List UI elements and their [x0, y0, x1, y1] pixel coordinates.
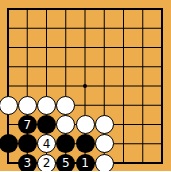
- intersection: [37, 96, 56, 115]
- intersection: [152, 115, 171, 134]
- black-stone: [76, 134, 95, 153]
- intersection: [75, 0, 94, 19]
- intersection: 2: [37, 153, 56, 171]
- intersection: [37, 38, 56, 57]
- intersection: [18, 57, 37, 76]
- intersection: [56, 96, 75, 115]
- black-stone-move-7: 7: [18, 115, 37, 134]
- intersection: [133, 0, 152, 19]
- intersection: 3: [18, 153, 37, 171]
- intersection: [0, 134, 18, 153]
- black-stone: [37, 115, 56, 134]
- intersection: [56, 0, 75, 19]
- intersection: [37, 0, 56, 19]
- white-stone: [18, 96, 37, 115]
- white-stone: [95, 115, 114, 134]
- intersection: [95, 153, 114, 171]
- intersection: [56, 115, 75, 134]
- white-stone-move-4: 4: [37, 134, 56, 153]
- intersection: [0, 0, 18, 19]
- intersection: [18, 96, 37, 115]
- intersection: [56, 19, 75, 38]
- intersection: [152, 57, 171, 76]
- intersection: [37, 76, 56, 95]
- intersection: [75, 19, 94, 38]
- white-stone: [95, 134, 114, 153]
- black-stone-move-1: 1: [76, 154, 95, 172]
- intersection: [0, 153, 18, 171]
- intersection: [114, 76, 133, 95]
- white-stone: [56, 96, 75, 115]
- intersection: [0, 19, 18, 38]
- black-stone-move-5: 5: [56, 154, 75, 172]
- intersection: [133, 134, 152, 153]
- intersection: [37, 19, 56, 38]
- intersection: [0, 57, 18, 76]
- white-stone: [37, 96, 56, 115]
- intersection: 5: [56, 153, 75, 171]
- intersection: [133, 38, 152, 57]
- intersection: [0, 38, 18, 57]
- black-stone: [56, 134, 75, 153]
- intersection: [75, 57, 94, 76]
- intersection: [95, 0, 114, 19]
- go-board: 743251: [0, 0, 171, 171]
- intersection: [18, 76, 37, 95]
- intersection: [37, 115, 56, 134]
- intersection: [56, 134, 75, 153]
- intersection: [0, 76, 18, 95]
- intersection: [152, 0, 171, 19]
- intersection: [0, 96, 18, 115]
- intersection: 4: [37, 134, 56, 153]
- intersection: [56, 38, 75, 57]
- intersection: 7: [18, 115, 37, 134]
- go-board-diagram: 743251: [0, 0, 171, 171]
- intersection: [152, 134, 171, 153]
- intersection: [18, 134, 37, 153]
- intersection: [133, 115, 152, 134]
- white-stone: [76, 115, 95, 134]
- white-stone-move-2: 2: [37, 154, 56, 172]
- intersection: [133, 76, 152, 95]
- intersection: [95, 96, 114, 115]
- intersection: [133, 57, 152, 76]
- intersection: [95, 134, 114, 153]
- intersection: [75, 38, 94, 57]
- black-stone: [18, 134, 37, 153]
- intersection: [152, 96, 171, 115]
- intersection: [0, 115, 18, 134]
- intersection: [56, 57, 75, 76]
- intersection: 1: [75, 153, 94, 171]
- intersection: [133, 19, 152, 38]
- intersection: [114, 96, 133, 115]
- black-stone: [0, 134, 18, 153]
- intersection: [114, 134, 133, 153]
- intersection: [114, 153, 133, 171]
- intersection: [75, 115, 94, 134]
- intersection: [75, 134, 94, 153]
- intersection: [18, 0, 37, 19]
- intersection: [114, 38, 133, 57]
- intersection: [18, 38, 37, 57]
- white-stone: [56, 115, 75, 134]
- intersection: [152, 19, 171, 38]
- black-stone-move-3: 3: [18, 154, 37, 172]
- intersection: [152, 38, 171, 57]
- intersection: [75, 96, 94, 115]
- intersection: [95, 115, 114, 134]
- intersection: [56, 76, 75, 95]
- intersection: [37, 57, 56, 76]
- intersection: [133, 153, 152, 171]
- intersection: [152, 153, 171, 171]
- intersection: [18, 19, 37, 38]
- intersection: [114, 0, 133, 19]
- intersection: [95, 76, 114, 95]
- intersection: [95, 19, 114, 38]
- intersection: [133, 96, 152, 115]
- intersection: [114, 57, 133, 76]
- white-stone: [95, 154, 114, 172]
- intersection: [95, 38, 114, 57]
- intersection: [114, 19, 133, 38]
- intersection: [95, 57, 114, 76]
- white-stone: [0, 96, 18, 115]
- intersection: [152, 76, 171, 95]
- intersection: [114, 115, 133, 134]
- intersection: [75, 76, 94, 95]
